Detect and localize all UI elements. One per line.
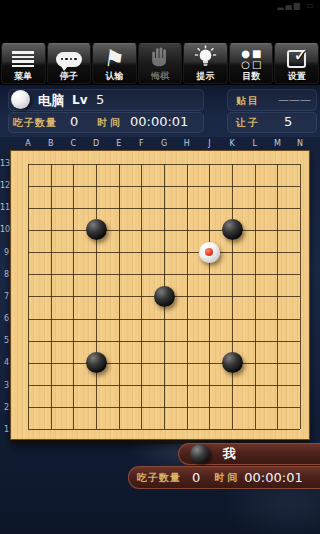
col-label-L: L (249, 139, 261, 148)
top-player-name: 电脑 (38, 92, 64, 110)
row-label-4: 4 (0, 358, 9, 367)
black-stone-icon (190, 444, 210, 464)
komi-value: ——— (278, 93, 311, 106)
col-label-M: M (271, 139, 283, 148)
grid-hline (28, 363, 300, 364)
col-label-B: B (45, 139, 57, 148)
bottom-captures-value: 0 (192, 470, 200, 485)
shapes-icon: ●■○□ (230, 46, 273, 72)
grid-hline (28, 319, 300, 320)
toolbar-button-count[interactable]: ●■○□目数 (229, 43, 274, 84)
row-label-5: 5 (0, 336, 9, 345)
toolbar-button-undo: 悔棋 (138, 43, 183, 84)
top-time-value: 00:00:01 (130, 114, 188, 129)
grid-vline (187, 164, 188, 430)
flag-icon: ⚑ (93, 46, 136, 72)
status-icons: ▂▄▆ ▭ (277, 1, 316, 10)
toolbar-button-settings[interactable]: ✓设置 (274, 43, 319, 84)
top-captures-value: 0 (70, 114, 78, 129)
black-stone-G7 (154, 286, 175, 307)
bottom-player-stats-bar: 吃子数量 0 时间 00:00:01 (128, 466, 320, 489)
komi-label: 贴目 (236, 94, 260, 108)
hand-icon (139, 46, 182, 72)
black-stone-D4 (86, 352, 107, 373)
grid-vline (300, 164, 301, 430)
col-label-F: F (135, 139, 147, 148)
col-label-J: J (203, 139, 215, 148)
col-label-H: H (181, 139, 193, 148)
bottom-player-name: 我 (223, 445, 236, 463)
row-label-1: 1 (0, 425, 9, 434)
col-label-G: G (158, 139, 170, 148)
toolbar-button-label: 设置 (288, 71, 306, 81)
bottom-time-value: 00:00:01 (244, 470, 302, 485)
top-player-level: 5 (96, 92, 104, 107)
grid-vline (232, 164, 233, 430)
bulb-icon (184, 46, 227, 72)
row-label-3: 3 (0, 381, 9, 390)
grid-vline (277, 164, 278, 430)
bottom-captures-label: 吃子数量 (137, 471, 181, 485)
col-label-C: C (67, 139, 79, 148)
row-label-8: 8 (0, 270, 9, 279)
grid-vline (255, 164, 256, 430)
row-label-2: 2 (0, 403, 9, 412)
black-stone-D10 (86, 219, 107, 240)
black-stone-K10 (222, 219, 243, 240)
toolbar-button-menu[interactable]: 菜单 (1, 43, 46, 84)
row-label-7: 7 (0, 292, 9, 301)
col-label-A: A (22, 139, 34, 148)
top-time-label: 时间 (97, 116, 123, 130)
row-label-11: 11 (0, 203, 9, 212)
last-move-marker (205, 248, 213, 256)
toolbar-button-resign[interactable]: ⚑认输 (92, 43, 137, 84)
row-label-10: 10 (0, 225, 9, 234)
white-stone-icon (11, 90, 30, 109)
row-label-13: 13 (0, 159, 9, 168)
bottom-player-name-bar: 我 (178, 443, 320, 465)
bottom-time-label: 时间 (214, 471, 240, 485)
toolbar-button-label: 菜单 (14, 71, 32, 81)
top-captures-label: 吃子数量 (13, 116, 57, 130)
col-label-D: D (90, 139, 102, 148)
grid-hline (28, 407, 300, 408)
toolbar: 菜单停子⚑认输悔棋提示●■○□目数✓设置 (0, 42, 320, 85)
row-label-9: 9 (0, 248, 9, 257)
grid-hline (28, 385, 300, 386)
black-stone-K4 (222, 352, 243, 373)
handicap-label: 让子 (236, 116, 260, 130)
col-label-K: K (226, 139, 238, 148)
row-label-12: 12 (0, 181, 9, 190)
col-label-N: N (294, 139, 306, 148)
status-bar: ▂▄▆ ▭ (0, 0, 320, 12)
handicap-value: 5 (284, 114, 292, 129)
grid-hline (28, 341, 300, 342)
checkbox-icon: ✓ (275, 46, 318, 72)
col-label-E: E (113, 139, 125, 148)
row-label-6: 6 (0, 314, 9, 323)
menu-icon (2, 46, 45, 72)
top-player-level-label: Lv (72, 93, 87, 107)
toolbar-button-pass[interactable]: 停子 (47, 43, 92, 84)
grid-vline (209, 164, 210, 430)
white-stone-J9 (199, 242, 220, 263)
toolbar-button-label: 停子 (60, 71, 78, 81)
toolbar-button-label: 目数 (242, 71, 260, 81)
toolbar-button-hint[interactable]: 提示 (183, 43, 228, 84)
grid-hline (28, 429, 300, 430)
top-player-infobar: 电脑 Lv 5 吃子数量 0 时间 00:00:01 贴目 ——— 让子 5 (0, 85, 320, 137)
toolbar-button-label: 悔棋 (151, 71, 169, 81)
speech-bubble-icon (48, 46, 91, 72)
app-screen: ▂▄▆ ▭ 菜单停子⚑认输悔棋提示●■○□目数✓设置 电脑 Lv 5 吃子数量 … (0, 0, 320, 534)
